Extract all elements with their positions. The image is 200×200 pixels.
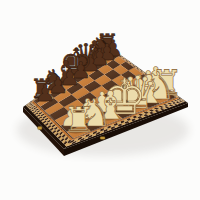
- brass-latch: [38, 127, 42, 130]
- coordinate-mark: [45, 113, 46, 114]
- brass-latch: [100, 137, 105, 140]
- coordinate-mark: [40, 109, 41, 110]
- coordinate-mark: [55, 123, 56, 124]
- piece-black-pawn-h7: ♟: [35, 80, 55, 106]
- chess-set-photo: ♜♟♞♟♝♟♛♟♚♟♝♟♟♞♟♟♟♜♜♞♟♟♝♟♛♟♚♟♝♞♟♜: [0, 0, 200, 200]
- piece-white-rook-h1: ♜: [63, 99, 95, 140]
- chess-board: ♜♟♞♟♝♟♛♟♚♟♝♟♟♞♟♟♟♜♜♞♟♟♝♟♛♟♚♟♝♞♟♜: [0, 0, 200, 200]
- coordinate-mark: [50, 118, 51, 119]
